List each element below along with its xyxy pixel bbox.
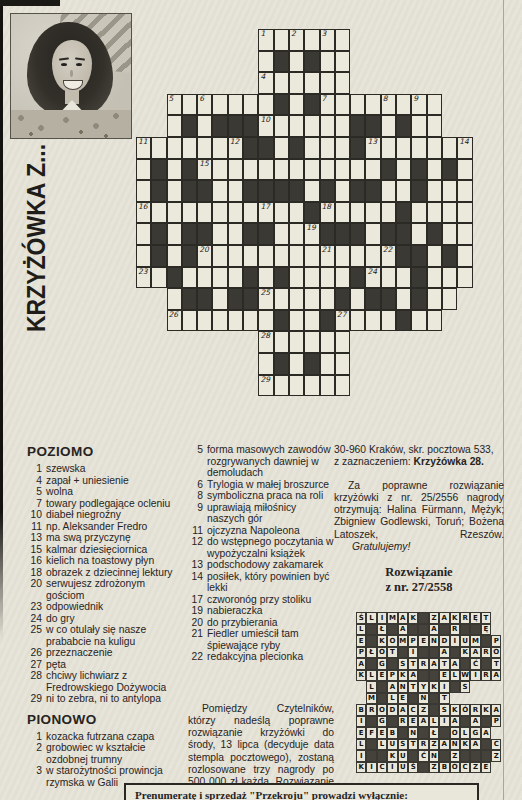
grid-cell[interactable]: 24 xyxy=(365,267,380,289)
solution-letter-cell: E xyxy=(377,670,387,682)
grid-cell[interactable] xyxy=(335,331,350,353)
solution-letter-cell: E xyxy=(356,727,366,739)
grid-cell[interactable] xyxy=(289,267,304,289)
solution-letter-cell: P xyxy=(356,647,366,659)
grid-cell[interactable]: 15 xyxy=(197,159,212,181)
clue-item: 23odpowiednik xyxy=(27,601,186,613)
grid-cell[interactable] xyxy=(381,267,396,289)
grid-cell[interactable] xyxy=(274,375,289,397)
grid-cell[interactable] xyxy=(258,353,273,375)
grid-cell[interactable] xyxy=(212,137,227,159)
grid-cell[interactable] xyxy=(304,375,319,397)
grid-cell[interactable] xyxy=(258,267,273,289)
grid-cell[interactable] xyxy=(411,223,426,245)
grid-cell[interactable] xyxy=(350,310,365,332)
solution-black-cell xyxy=(429,693,439,705)
solution-letter-cell: Ę xyxy=(470,612,480,624)
solution-letter-cell: A xyxy=(398,704,408,716)
grid-cell[interactable] xyxy=(335,94,350,116)
black-cell xyxy=(228,288,243,310)
solution-letter-cell: Ł xyxy=(429,727,439,739)
clue-number: 18 xyxy=(322,202,332,211)
black-cell xyxy=(442,245,457,267)
grid-cell[interactable] xyxy=(228,310,243,332)
grid-cell[interactable] xyxy=(304,137,319,159)
grid-cell[interactable] xyxy=(243,94,258,116)
grid-cell[interactable] xyxy=(197,137,212,159)
grid-cell[interactable] xyxy=(258,51,273,73)
grid-cell[interactable]: 3 xyxy=(320,29,335,51)
clue-number: 15 xyxy=(199,159,209,168)
grid-cell[interactable] xyxy=(274,245,289,267)
black-cell xyxy=(274,310,289,332)
solution-letter-cell: A xyxy=(481,727,491,739)
grid-cell[interactable] xyxy=(350,245,365,267)
grid-cell[interactable]: 5 xyxy=(167,94,182,116)
grid-cell[interactable] xyxy=(350,159,365,181)
grid-cell[interactable]: 9 xyxy=(411,94,426,116)
solution-letter-cell: K xyxy=(429,681,439,693)
black-cell xyxy=(274,267,289,289)
grid-cell[interactable] xyxy=(289,72,304,94)
black-cell xyxy=(258,137,273,159)
grid-cell[interactable] xyxy=(381,180,396,202)
grid-cell[interactable] xyxy=(228,267,243,289)
clue-item-text: do przybierania xyxy=(207,617,334,629)
clue-item-number: 12 xyxy=(188,536,207,559)
grid-cell[interactable] xyxy=(243,202,258,224)
grid-cell[interactable]: 21 xyxy=(320,245,335,267)
grid-cell[interactable] xyxy=(182,267,197,289)
grid-cell[interactable] xyxy=(167,202,182,224)
grid-cell[interactable] xyxy=(427,267,442,289)
grid-cell[interactable]: 28 xyxy=(258,331,273,353)
grid-cell[interactable] xyxy=(228,94,243,116)
grid-cell[interactable] xyxy=(365,94,380,116)
clue-number: 3 xyxy=(322,29,327,38)
clue-item-number: 4 xyxy=(27,475,46,487)
grid-cell[interactable]: 27 xyxy=(335,310,350,332)
grid-cell[interactable] xyxy=(212,223,227,245)
grid-cell[interactable] xyxy=(289,115,304,137)
grid-cell[interactable] xyxy=(411,115,426,137)
grid-cell[interactable] xyxy=(427,94,442,116)
grid-cell[interactable] xyxy=(335,202,350,224)
grid-cell[interactable]: 25 xyxy=(258,288,273,310)
grid-cell[interactable] xyxy=(427,288,442,310)
grid-cell[interactable] xyxy=(258,310,273,332)
solution-letter-cell: A xyxy=(491,670,501,682)
solution-letter-cell: M xyxy=(398,635,408,647)
grid-cell[interactable] xyxy=(289,223,304,245)
grid-cell[interactable] xyxy=(335,245,350,267)
clue-item: 11ojczyzna Napoleona xyxy=(188,525,334,537)
grid-cell[interactable] xyxy=(381,115,396,137)
clue-item: 1kozacka futrzana czapa xyxy=(27,731,186,743)
grid-cell[interactable] xyxy=(274,202,289,224)
grid-cell[interactable]: 2 xyxy=(289,29,304,51)
clue-item-number: 22 xyxy=(188,651,207,663)
grid-cell[interactable] xyxy=(289,310,304,332)
grid-cell[interactable]: 29 xyxy=(258,375,273,397)
grid-cell[interactable] xyxy=(304,267,319,289)
clue-item: 11np. Aleksander Fredro xyxy=(27,521,186,533)
grid-cell[interactable] xyxy=(212,202,227,224)
clue-item-number: 11 xyxy=(27,521,46,533)
clue-item-text: ojczyzna Napoleona xyxy=(207,525,334,537)
grid-cell[interactable] xyxy=(228,223,243,245)
solution-letter-cell: L xyxy=(387,693,397,705)
grid-cell[interactable] xyxy=(396,159,411,181)
solution-letter-cell: G xyxy=(470,727,480,739)
grid-cell[interactable] xyxy=(350,202,365,224)
solution-black-cell xyxy=(418,727,428,739)
grid-cell[interactable] xyxy=(167,180,182,202)
grid-cell[interactable] xyxy=(442,288,457,310)
clue-item-text: podschodowy zakamarek xyxy=(207,559,334,571)
grid-cell[interactable] xyxy=(304,310,319,332)
poziomo-clue-list: 1szewska4zapał + uniesienie5wolna7towary… xyxy=(27,463,186,705)
clue-item-text: chciwy lichwiarz z Fredrowskiego Dożywoc… xyxy=(46,670,186,693)
grid-cell[interactable] xyxy=(289,159,304,181)
grid-cell[interactable] xyxy=(212,310,227,332)
grid-cell[interactable] xyxy=(212,245,227,267)
grid-cell[interactable] xyxy=(396,267,411,289)
solution-grid: ŚLIMAKZAKRĘTLŁAARĘEKOMPENDIUMPPŁOTIAKARO… xyxy=(356,612,501,773)
grid-cell[interactable] xyxy=(304,29,319,51)
grid-cell[interactable]: 22 xyxy=(381,245,396,267)
grid-cell[interactable]: 13 xyxy=(365,137,380,159)
grid-cell[interactable] xyxy=(365,202,380,224)
grid-cell[interactable] xyxy=(289,94,304,116)
grid-cell[interactable] xyxy=(289,288,304,310)
grid-cell[interactable] xyxy=(274,29,289,51)
grid-cell[interactable] xyxy=(320,375,335,397)
solution-letter-cell: Z xyxy=(470,762,480,774)
solution-letter-cell: O xyxy=(377,704,387,716)
grid-cell[interactable] xyxy=(258,245,273,267)
grid-cell[interactable] xyxy=(182,310,197,332)
portrait-nose xyxy=(70,70,73,77)
solution-heading: Rozwiązanie z nr. 27/2558 xyxy=(334,565,504,595)
grid-cell[interactable] xyxy=(396,180,411,202)
grid-cell[interactable] xyxy=(320,331,335,353)
grid-cell[interactable] xyxy=(212,159,227,181)
clue-item-text: kalmar dziesięciornica xyxy=(46,544,186,556)
grid-cell[interactable] xyxy=(320,137,335,159)
address-line2: z zaznaczeniem: Krzyżówka 28. xyxy=(334,456,504,468)
grid-cell[interactable]: 8 xyxy=(381,94,396,116)
clue-item-text: do gry xyxy=(46,613,186,625)
grid-cell[interactable]: 12 xyxy=(228,137,243,159)
grid-cell[interactable] xyxy=(457,202,472,224)
address-line1: 30-960 Kraków, skr. pocztowa 533, xyxy=(334,444,504,456)
solution-letter-cell: N xyxy=(418,693,428,705)
black-cell xyxy=(427,223,442,245)
grid-cell[interactable] xyxy=(167,223,182,245)
grid-cell[interactable] xyxy=(411,202,426,224)
grid-cell[interactable] xyxy=(381,310,396,332)
grid-cell[interactable]: 19 xyxy=(304,223,319,245)
grid-cell[interactable]: 1 xyxy=(258,29,273,51)
grid-cell[interactable] xyxy=(335,159,350,181)
black-cell xyxy=(182,180,197,202)
grid-cell[interactable] xyxy=(212,288,227,310)
crossword-grid[interactable]: 1234567891011121314151617181920212223242… xyxy=(136,29,473,396)
grid-cell[interactable] xyxy=(289,51,304,73)
grid-cell[interactable]: 17 xyxy=(258,202,273,224)
grid-cell[interactable] xyxy=(335,72,350,94)
grid-cell[interactable] xyxy=(289,375,304,397)
grid-cell[interactable] xyxy=(197,202,212,224)
clue-number: 6 xyxy=(199,94,204,103)
grid-cell[interactable]: 4 xyxy=(258,72,273,94)
grid-cell[interactable] xyxy=(289,331,304,353)
grid-cell[interactable] xyxy=(457,223,472,245)
grid-cell[interactable] xyxy=(365,223,380,245)
grid-cell[interactable] xyxy=(335,353,350,375)
grid-cell[interactable] xyxy=(427,202,442,224)
grid-cell[interactable] xyxy=(457,245,472,267)
grid-cell[interactable] xyxy=(304,115,319,137)
solution-black-cell xyxy=(377,750,387,762)
grid-cell[interactable]: 11 xyxy=(136,137,151,159)
solution-letter-cell: U xyxy=(387,739,397,751)
grid-cell[interactable] xyxy=(335,180,350,202)
grid-cell[interactable] xyxy=(365,245,380,267)
grid-cell[interactable]: 16 xyxy=(136,202,151,224)
grid-cell[interactable] xyxy=(350,288,365,310)
grid-cell[interactable] xyxy=(335,29,350,51)
solution-letter-cell: P xyxy=(387,670,397,682)
grid-cell[interactable] xyxy=(136,223,151,245)
clue-number: 16 xyxy=(138,202,148,211)
grid-cell[interactable]: 6 xyxy=(197,94,212,116)
grid-cell[interactable] xyxy=(228,159,243,181)
grid-cell[interactable] xyxy=(304,72,319,94)
grid-cell[interactable] xyxy=(197,310,212,332)
grid-cell[interactable] xyxy=(320,159,335,181)
grid-cell[interactable] xyxy=(320,267,335,289)
solution-letter-cell: K xyxy=(460,647,470,659)
grid-cell[interactable] xyxy=(274,331,289,353)
grid-cell[interactable] xyxy=(320,72,335,94)
clue-item-number: 17 xyxy=(188,594,207,606)
grid-cell[interactable] xyxy=(289,245,304,267)
grid-cell[interactable] xyxy=(136,180,151,202)
black-cell xyxy=(182,288,197,310)
clue-item: 27pęta xyxy=(27,659,186,671)
solution-letter-cell: R xyxy=(418,658,428,670)
grid-cell[interactable] xyxy=(457,159,472,181)
clue-item: 5forma masowych zawodów rozgrywanych daw… xyxy=(188,444,334,479)
grid-cell[interactable] xyxy=(335,137,350,159)
clue-item: 15kalmar dziesięciornica xyxy=(27,544,186,556)
grid-cell[interactable] xyxy=(289,353,304,375)
grid-cell[interactable] xyxy=(212,180,227,202)
solution-black-cell xyxy=(418,762,428,774)
grid-cell[interactable] xyxy=(304,288,319,310)
grid-cell[interactable] xyxy=(274,159,289,181)
clue-item-number: 5 xyxy=(188,444,207,479)
clue-number: 8 xyxy=(383,94,388,103)
grid-cell[interactable] xyxy=(197,115,212,137)
grid-cell[interactable] xyxy=(457,267,472,289)
grid-cell[interactable] xyxy=(243,310,258,332)
grid-cell[interactable] xyxy=(320,115,335,137)
grid-cell[interactable] xyxy=(167,245,182,267)
grid-cell[interactable] xyxy=(442,137,457,159)
grid-cell[interactable] xyxy=(243,245,258,267)
clue-item-text: czworonóg przy stoliku xyxy=(207,594,334,606)
grid-cell[interactable] xyxy=(381,137,396,159)
solution-letter-cell: K xyxy=(408,612,418,624)
grid-cell[interactable] xyxy=(427,245,442,267)
grid-cell[interactable] xyxy=(167,288,182,310)
grid-cell[interactable] xyxy=(411,310,426,332)
grid-cell[interactable] xyxy=(182,202,197,224)
solution-letter-cell: E xyxy=(408,716,418,728)
grid-cell[interactable] xyxy=(335,267,350,289)
grid-cell[interactable] xyxy=(427,115,442,137)
solution-letter-cell: P xyxy=(491,635,501,647)
solution-letter-cell: Y xyxy=(418,681,428,693)
grid-cell[interactable] xyxy=(212,267,227,289)
clue-number: 22 xyxy=(383,245,393,254)
solution-letter-cell: E xyxy=(418,635,428,647)
grid-cell[interactable]: 26 xyxy=(167,310,182,332)
grid-cell[interactable] xyxy=(442,202,457,224)
grid-cell[interactable] xyxy=(457,180,472,202)
grid-cell[interactable] xyxy=(212,94,227,116)
clue-number: 24 xyxy=(367,267,377,276)
grid-cell[interactable] xyxy=(228,180,243,202)
solution-black-cell xyxy=(429,670,439,682)
solution-black-cell xyxy=(460,716,470,728)
grid-cell[interactable] xyxy=(258,94,273,116)
clue-item-text: kozacka futrzana czapa xyxy=(46,731,186,743)
grid-cell[interactable] xyxy=(427,159,442,181)
solution-letter-cell: A xyxy=(470,647,480,659)
grid-cell[interactable] xyxy=(365,310,380,332)
grid-cell[interactable] xyxy=(167,159,182,181)
grid-cell[interactable] xyxy=(350,94,365,116)
grid-cell[interactable] xyxy=(365,159,380,181)
grid-cell[interactable] xyxy=(228,245,243,267)
solution-letter-cell: L xyxy=(366,612,376,624)
grid-cell[interactable] xyxy=(320,51,335,73)
solution-black-cell xyxy=(429,647,439,659)
clue-item: 22redakcyjna plecionka xyxy=(188,651,334,663)
grid-cell[interactable] xyxy=(151,137,166,159)
grid-cell[interactable] xyxy=(320,353,335,375)
grid-cell[interactable] xyxy=(335,375,350,397)
grid-cell[interactable] xyxy=(396,288,411,310)
clue-number: 25 xyxy=(260,288,270,297)
solution-black-cell xyxy=(450,647,460,659)
grid-cell[interactable] xyxy=(274,137,289,159)
grid-cell[interactable] xyxy=(335,51,350,73)
grid-cell[interactable] xyxy=(136,245,151,267)
grid-cell[interactable] xyxy=(427,310,442,332)
black-cell xyxy=(350,267,365,289)
grid-cell[interactable]: 14 xyxy=(457,137,472,159)
grid-cell[interactable] xyxy=(274,72,289,94)
grid-cell[interactable] xyxy=(442,180,457,202)
grid-cell[interactable] xyxy=(381,202,396,224)
clue-number: 11 xyxy=(138,137,148,146)
clue-number: 23 xyxy=(138,267,148,276)
grid-cell[interactable] xyxy=(228,202,243,224)
grid-cell[interactable] xyxy=(151,202,166,224)
solution-letter-cell: B xyxy=(439,762,449,774)
grid-cell[interactable]: 10 xyxy=(258,115,273,137)
grid-cell[interactable] xyxy=(151,267,166,289)
black-cell xyxy=(365,288,380,310)
grid-cell[interactable] xyxy=(427,137,442,159)
grid-cell[interactable] xyxy=(442,223,457,245)
grid-cell[interactable]: 7 xyxy=(320,94,335,116)
black-cell xyxy=(243,180,258,202)
grid-cell[interactable] xyxy=(427,180,442,202)
grid-cell[interactable] xyxy=(167,137,182,159)
solution-black-cell xyxy=(439,727,449,739)
solution-black-cell xyxy=(481,739,491,751)
clue-item-text: towary podlegające ocleniu xyxy=(46,498,186,510)
solution-letter-cell: I xyxy=(356,750,366,762)
grid-cell[interactable]: 18 xyxy=(320,202,335,224)
grid-cell[interactable] xyxy=(182,94,197,116)
clues-column-1: POZIOMO 1szewska4zapał + uniesienie5woln… xyxy=(27,444,186,788)
black-cell xyxy=(304,202,319,224)
clue-item: 28chciwy lichwiarz z Fredrowskiego Dożyw… xyxy=(27,670,186,693)
solution-letter-cell: P xyxy=(408,635,418,647)
grid-cell[interactable] xyxy=(289,202,304,224)
grid-cell[interactable] xyxy=(167,115,182,137)
clue-item-number: 6 xyxy=(188,479,207,491)
grid-cell[interactable] xyxy=(182,137,197,159)
grid-cell[interactable] xyxy=(396,137,411,159)
grid-cell[interactable] xyxy=(258,159,273,181)
clue-item: 6Trylogia w małej broszurce xyxy=(188,479,334,491)
grid-cell[interactable] xyxy=(274,115,289,137)
grid-cell[interactable] xyxy=(396,94,411,116)
pionowo-clue-list-part2: 5forma masowych zawodów rozgrywanych daw… xyxy=(188,444,334,663)
black-cell xyxy=(411,267,426,289)
grid-cell[interactable] xyxy=(304,331,319,353)
grid-cell[interactable]: 23 xyxy=(136,267,151,289)
grid-cell[interactable] xyxy=(136,159,151,181)
grid-cell[interactable] xyxy=(442,267,457,289)
grid-cell[interactable] xyxy=(197,267,212,289)
grid-cell[interactable] xyxy=(320,288,335,310)
grid-cell[interactable] xyxy=(411,137,426,159)
grid-cell[interactable] xyxy=(304,159,319,181)
banner-text: Prenumeratę i sprzedaż "Przekroju" prowa… xyxy=(135,789,408,800)
grid-cell[interactable] xyxy=(304,180,319,202)
clue-item-number: 27 xyxy=(27,659,46,671)
grid-cell[interactable] xyxy=(335,115,350,137)
grid-cell[interactable]: 20 xyxy=(197,245,212,267)
solution-letter-cell: L xyxy=(366,681,376,693)
grid-cell[interactable] xyxy=(304,245,319,267)
clue-number: 27 xyxy=(337,310,347,319)
grid-cell[interactable] xyxy=(274,223,289,245)
grid-cell[interactable] xyxy=(274,288,289,310)
grid-cell[interactable] xyxy=(243,159,258,181)
black-cell xyxy=(182,223,197,245)
solution-letter-cell: K xyxy=(356,670,366,682)
